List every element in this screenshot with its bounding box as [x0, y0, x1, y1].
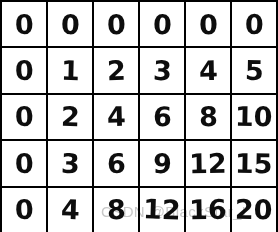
grid-cell-r1c4: 4	[186, 48, 230, 92]
grid-cell-r0c1: 0	[48, 2, 92, 46]
grid-cell-r4c2: 8	[94, 188, 138, 232]
multiplication-table-board: 000000012345024681003691215048121620 CSD…	[0, 0, 278, 232]
grid-cell-r4c5: 20	[232, 188, 276, 232]
grid-cell-r4c3: 12	[140, 188, 184, 232]
grid-cell-r3c4: 12	[186, 141, 230, 185]
grid-cell-r4c0: 0	[2, 188, 46, 232]
grid-cell-r2c3: 6	[140, 95, 184, 139]
grid-cell-r2c4: 8	[186, 95, 230, 139]
grid-cell-r2c2: 4	[94, 95, 138, 139]
grid-cell-r2c1: 2	[48, 95, 92, 139]
grid-cell-r1c2: 2	[94, 48, 138, 92]
grid-cell-r0c3: 0	[140, 2, 184, 46]
grid-cell-r3c5: 15	[232, 141, 276, 185]
number-grid: 000000012345024681003691215048121620	[0, 0, 278, 232]
grid-cell-r3c0: 0	[2, 141, 46, 185]
grid-cell-r1c5: 5	[232, 48, 276, 92]
grid-cell-r3c1: 3	[48, 141, 92, 185]
grid-cell-r2c0: 0	[2, 95, 46, 139]
grid-cell-r0c0: 0	[2, 2, 46, 46]
grid-cell-r2c5: 10	[232, 95, 276, 139]
grid-cell-r1c0: 0	[2, 48, 46, 92]
grid-cell-r4c4: 16	[186, 188, 230, 232]
grid-cell-r4c1: 4	[48, 188, 92, 232]
grid-cell-r1c3: 3	[140, 48, 184, 92]
grid-cell-r0c2: 0	[94, 2, 138, 46]
grid-cell-r1c1: 1	[48, 48, 92, 92]
grid-cell-r0c5: 0	[232, 2, 276, 46]
grid-cell-r0c4: 0	[186, 2, 230, 46]
grid-cell-r3c2: 6	[94, 141, 138, 185]
grid-cell-r3c3: 9	[140, 141, 184, 185]
